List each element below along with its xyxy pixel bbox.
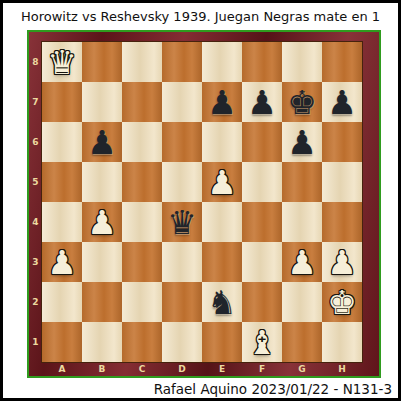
piece-white-queen-a8: ♛ — [42, 42, 82, 82]
square-a8: ♛ — [42, 42, 82, 82]
square-a7 — [42, 82, 82, 122]
square-c1 — [122, 322, 162, 362]
square-c3 — [122, 242, 162, 282]
square-a1 — [42, 322, 82, 362]
piece-black-queen-d4: ♛ — [162, 202, 202, 242]
chess-board: ♛♟♟♚♟♟♟♟♟♛♟♟♟♞♚♝ — [41, 41, 363, 363]
square-g5 — [282, 162, 322, 202]
square-e4 — [202, 202, 242, 242]
square-f7: ♟ — [242, 82, 282, 122]
square-g3: ♟ — [282, 242, 322, 282]
square-a4 — [42, 202, 82, 242]
square-c8 — [122, 42, 162, 82]
piece-white-bishop-f1: ♝ — [242, 322, 282, 362]
square-f3 — [242, 242, 282, 282]
square-a5 — [42, 162, 82, 202]
square-b4: ♟ — [82, 202, 122, 242]
square-g4 — [282, 202, 322, 242]
square-e8 — [202, 42, 242, 82]
square-c6 — [122, 122, 162, 162]
square-g1 — [282, 322, 322, 362]
square-d5 — [162, 162, 202, 202]
square-f1: ♝ — [242, 322, 282, 362]
square-b5 — [82, 162, 122, 202]
square-b3 — [82, 242, 122, 282]
piece-white-king-h2: ♚ — [322, 282, 362, 322]
board-frame: 87654321 ♛♟♟♚♟♟♟♟♟♛♟♟♟♞♚♝ ABCDEFGH — [27, 30, 381, 378]
square-e2: ♞ — [202, 282, 242, 322]
diagram-title: Horowitz vs Reshevsky 1939. Juegan Negra… — [3, 3, 398, 30]
square-d7 — [162, 82, 202, 122]
piece-black-pawn-b6: ♟ — [82, 122, 122, 162]
piece-white-pawn-h3: ♟ — [322, 242, 362, 282]
square-e7: ♟ — [202, 82, 242, 122]
square-g7: ♚ — [282, 82, 322, 122]
square-d6 — [162, 122, 202, 162]
square-c2 — [122, 282, 162, 322]
square-c5 — [122, 162, 162, 202]
square-e1 — [202, 322, 242, 362]
square-f4 — [242, 202, 282, 242]
square-b6: ♟ — [82, 122, 122, 162]
file-label-B: B — [82, 362, 122, 376]
square-b1 — [82, 322, 122, 362]
piece-black-pawn-f7: ♟ — [242, 82, 282, 122]
piece-white-pawn-g3: ♟ — [282, 242, 322, 282]
square-h7: ♟ — [322, 82, 362, 122]
file-label-C: C — [122, 362, 162, 376]
square-h2: ♚ — [322, 282, 362, 322]
square-a6 — [42, 122, 82, 162]
square-g6: ♟ — [282, 122, 322, 162]
square-d3 — [162, 242, 202, 282]
file-label-A: A — [42, 362, 82, 376]
file-label-F: F — [242, 362, 282, 376]
square-h1 — [322, 322, 362, 362]
square-a2 — [42, 282, 82, 322]
piece-black-pawn-g6: ♟ — [282, 122, 322, 162]
square-h4 — [322, 202, 362, 242]
square-e3 — [202, 242, 242, 282]
piece-black-knight-e2: ♞ — [202, 282, 242, 322]
square-e5: ♟ — [202, 162, 242, 202]
square-d8 — [162, 42, 202, 82]
piece-black-king-g7: ♚ — [282, 82, 322, 122]
square-b7 — [82, 82, 122, 122]
square-h5 — [322, 162, 362, 202]
square-h6 — [322, 122, 362, 162]
file-label-H: H — [322, 362, 362, 376]
piece-black-pawn-e7: ♟ — [202, 82, 242, 122]
square-h8 — [322, 42, 362, 82]
square-b2 — [82, 282, 122, 322]
square-f8 — [242, 42, 282, 82]
square-c4 — [122, 202, 162, 242]
file-label-D: D — [162, 362, 202, 376]
piece-white-pawn-e5: ♟ — [202, 162, 242, 202]
square-d1 — [162, 322, 202, 362]
piece-black-pawn-h7: ♟ — [322, 82, 362, 122]
square-g8 — [282, 42, 322, 82]
square-e6 — [202, 122, 242, 162]
square-f6 — [242, 122, 282, 162]
square-c7 — [122, 82, 162, 122]
square-d2 — [162, 282, 202, 322]
chess-diagram: Horowitz vs Reshevsky 1939. Juegan Negra… — [0, 0, 401, 401]
credit-text: Rafael Aquino 2023/01/22 - N131-3 — [3, 378, 398, 399]
square-f5 — [242, 162, 282, 202]
piece-white-pawn-a3: ♟ — [42, 242, 82, 282]
square-b8 — [82, 42, 122, 82]
file-labels: ABCDEFGH — [42, 362, 362, 376]
square-d4: ♛ — [162, 202, 202, 242]
file-label-E: E — [202, 362, 242, 376]
square-g2 — [282, 282, 322, 322]
file-label-G: G — [282, 362, 322, 376]
square-h3: ♟ — [322, 242, 362, 282]
square-a3: ♟ — [42, 242, 82, 282]
square-f2 — [242, 282, 282, 322]
piece-white-pawn-b4: ♟ — [82, 202, 122, 242]
